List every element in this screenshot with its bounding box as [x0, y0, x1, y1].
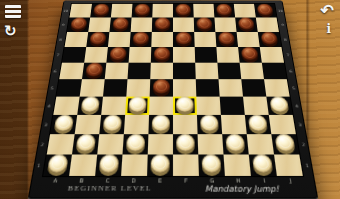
square-B8[interactable] — [86, 32, 109, 47]
square-B4[interactable] — [77, 97, 103, 115]
undo-arrow-icon: ↶ — [321, 2, 334, 19]
info-button[interactable]: i — [326, 23, 331, 35]
square-E2[interactable] — [148, 134, 173, 154]
square-C1[interactable] — [95, 154, 122, 175]
white-piece-H2[interactable] — [225, 134, 245, 151]
dark-piece-I9[interactable] — [238, 17, 255, 29]
level-label: BEGINNER LEVEL — [67, 184, 152, 193]
dark-piece-I7[interactable] — [241, 47, 259, 60]
square-D1[interactable] — [121, 154, 148, 175]
square-C3[interactable] — [99, 115, 125, 134]
white-piece-J4[interactable] — [269, 96, 289, 111]
square-A5[interactable] — [56, 79, 82, 96]
square-D5[interactable] — [126, 79, 150, 96]
square-H7[interactable] — [216, 47, 239, 63]
dark-piece-B8[interactable] — [89, 31, 106, 44]
square-I2[interactable] — [247, 134, 274, 154]
square-J10[interactable] — [254, 4, 277, 18]
square-B2[interactable] — [72, 134, 99, 154]
status-message: Mandatory Jump! — [205, 184, 280, 194]
square-E10[interactable] — [152, 4, 173, 18]
white-piece-B2[interactable] — [76, 134, 96, 151]
white-piece-E3[interactable] — [152, 114, 170, 130]
dark-piece-E9[interactable] — [155, 17, 171, 29]
square-F7[interactable] — [173, 47, 195, 63]
square-I5[interactable] — [241, 79, 266, 96]
square-I4[interactable] — [243, 97, 269, 115]
rank-labels-right-7: 7 — [282, 47, 293, 63]
board-grid — [43, 4, 303, 176]
square-I8[interactable] — [237, 32, 260, 47]
square-J4[interactable] — [266, 97, 292, 115]
square-C8[interactable] — [108, 32, 131, 47]
square-E9[interactable] — [152, 17, 173, 31]
dark-piece-F10[interactable] — [176, 3, 191, 15]
square-J6[interactable] — [262, 63, 287, 80]
rank-labels-right-5: 5 — [288, 79, 300, 96]
dark-piece-E5[interactable] — [153, 79, 170, 94]
square-G10[interactable] — [193, 4, 214, 18]
dark-piece-E7[interactable] — [154, 47, 170, 60]
square-J1[interactable] — [274, 154, 303, 175]
square-I1[interactable] — [249, 154, 277, 175]
white-piece-D4[interactable] — [128, 96, 146, 111]
square-H3[interactable] — [221, 115, 247, 134]
square-B7[interactable] — [84, 47, 108, 63]
dark-piece-D10[interactable] — [134, 3, 150, 15]
rank-labels-right-4: 4 — [291, 97, 303, 115]
rank-labels-right-2: 2 — [297, 134, 310, 154]
square-H4[interactable] — [220, 97, 245, 115]
square-E6[interactable] — [150, 63, 173, 80]
square-J8[interactable] — [258, 32, 282, 47]
square-A1[interactable] — [43, 154, 72, 175]
white-piece-G1[interactable] — [202, 154, 222, 172]
square-D9[interactable] — [131, 17, 153, 31]
rank-labels-right-3: 3 — [294, 115, 307, 134]
square-F1[interactable] — [173, 154, 199, 175]
square-D10[interactable] — [132, 4, 153, 18]
square-D2[interactable] — [122, 134, 148, 154]
square-I6[interactable] — [240, 63, 264, 80]
dark-piece-A9[interactable] — [70, 17, 87, 29]
rank-labels-right-8: 8 — [280, 32, 291, 47]
square-C10[interactable] — [111, 4, 133, 18]
square-E1[interactable] — [147, 154, 173, 175]
dark-piece-F8[interactable] — [176, 31, 192, 44]
square-D3[interactable] — [124, 115, 149, 134]
white-piece-C3[interactable] — [103, 114, 122, 130]
white-piece-C1[interactable] — [99, 154, 119, 172]
square-F10[interactable] — [173, 4, 194, 18]
square-B6[interactable] — [82, 63, 106, 80]
square-A3[interactable] — [50, 115, 77, 134]
dark-piece-H10[interactable] — [216, 3, 232, 15]
dark-piece-C9[interactable] — [112, 17, 128, 29]
square-C5[interactable] — [103, 79, 127, 96]
square-H10[interactable] — [214, 4, 236, 18]
square-A10[interactable] — [69, 4, 92, 18]
dark-piece-C7[interactable] — [110, 47, 127, 60]
square-C6[interactable] — [105, 63, 129, 80]
square-F9[interactable] — [173, 17, 194, 31]
square-G9[interactable] — [194, 17, 216, 31]
white-piece-I3[interactable] — [248, 114, 268, 130]
square-D6[interactable] — [127, 63, 150, 80]
info-icon: i — [326, 22, 331, 36]
square-G7[interactable] — [195, 47, 218, 63]
square-B1[interactable] — [69, 154, 97, 175]
white-piece-I1[interactable] — [252, 154, 273, 172]
square-C2[interactable] — [97, 134, 124, 154]
square-G2[interactable] — [198, 134, 224, 154]
white-piece-B4[interactable] — [81, 96, 100, 111]
square-B10[interactable] — [90, 4, 112, 18]
square-F5[interactable] — [173, 79, 196, 96]
square-D7[interactable] — [129, 47, 152, 63]
dark-piece-B10[interactable] — [93, 3, 109, 15]
dark-piece-H8[interactable] — [218, 31, 235, 44]
square-D4[interactable] — [125, 97, 150, 115]
square-B3[interactable] — [75, 115, 102, 134]
square-H1[interactable] — [224, 154, 251, 175]
square-E5[interactable] — [150, 79, 173, 96]
square-A8[interactable] — [65, 32, 89, 47]
square-C9[interactable] — [109, 17, 131, 31]
square-A9[interactable] — [67, 17, 90, 31]
menu-button[interactable] — [5, 5, 21, 18]
square-G6[interactable] — [195, 63, 218, 80]
white-piece-F4[interactable] — [176, 96, 194, 111]
square-H5[interactable] — [219, 79, 243, 96]
rotate-button[interactable]: ↻ — [4, 23, 17, 38]
square-H2[interactable] — [222, 134, 249, 154]
square-G4[interactable] — [196, 97, 221, 115]
rank-labels-right-6: 6 — [285, 63, 297, 80]
dark-piece-J8[interactable] — [260, 31, 278, 44]
board-frame: 10987654321 10987654321 ABCDEFGHIJ BEGIN… — [27, 0, 318, 199]
square-A6[interactable] — [59, 63, 84, 80]
square-J2[interactable] — [271, 134, 299, 154]
white-piece-E1[interactable] — [151, 154, 170, 172]
square-D8[interactable] — [130, 32, 152, 47]
square-B5[interactable] — [80, 79, 105, 96]
dark-piece-G9[interactable] — [196, 17, 212, 29]
square-F2[interactable] — [173, 134, 198, 154]
square-E4[interactable] — [149, 97, 173, 115]
square-H6[interactable] — [217, 63, 241, 80]
white-piece-G3[interactable] — [200, 114, 219, 130]
square-I3[interactable] — [245, 115, 272, 134]
white-piece-D2[interactable] — [126, 134, 145, 151]
square-G1[interactable] — [198, 154, 225, 175]
square-J9[interactable] — [256, 17, 279, 31]
dark-piece-J10[interactable] — [257, 3, 274, 15]
square-G3[interactable] — [197, 115, 222, 134]
square-F8[interactable] — [173, 32, 195, 47]
circular-arrow-icon: ↻ — [4, 22, 17, 39]
square-E3[interactable] — [148, 115, 173, 134]
square-C7[interactable] — [106, 47, 129, 63]
square-A2[interactable] — [47, 134, 75, 154]
square-F3[interactable] — [173, 115, 198, 134]
square-H9[interactable] — [214, 17, 236, 31]
white-piece-A1[interactable] — [47, 154, 69, 172]
square-C4[interactable] — [101, 97, 126, 115]
square-E8[interactable] — [151, 32, 173, 47]
white-piece-F2[interactable] — [176, 134, 195, 151]
dark-piece-D8[interactable] — [133, 31, 149, 44]
rank-labels-right-9: 9 — [277, 17, 288, 31]
square-I10[interactable] — [234, 4, 256, 18]
square-I9[interactable] — [235, 17, 258, 31]
square-E7[interactable] — [151, 47, 173, 63]
square-J3[interactable] — [269, 115, 296, 134]
square-H8[interactable] — [215, 32, 238, 47]
square-A4[interactable] — [53, 97, 79, 115]
square-G5[interactable] — [196, 79, 220, 96]
square-F4[interactable] — [173, 97, 197, 115]
square-I7[interactable] — [238, 47, 262, 63]
square-J5[interactable] — [264, 79, 290, 96]
square-A7[interactable] — [62, 47, 86, 63]
status-bar: BEGINNER LEVEL Mandatory Jump! — [28, 184, 318, 199]
rank-labels-right-10: 10 — [275, 4, 285, 18]
square-F6[interactable] — [173, 63, 196, 80]
white-piece-A3[interactable] — [54, 114, 74, 130]
undo-button[interactable]: ↶ — [321, 3, 334, 19]
square-B9[interactable] — [88, 17, 111, 31]
square-J7[interactable] — [260, 47, 284, 63]
dark-piece-B6[interactable] — [85, 62, 103, 76]
white-piece-J2[interactable] — [274, 134, 295, 151]
square-G8[interactable] — [194, 32, 216, 47]
checkers-app: ↻ ↶ i 10987654321 10987654321 ABCDEFGHIJ… — [0, 0, 340, 199]
